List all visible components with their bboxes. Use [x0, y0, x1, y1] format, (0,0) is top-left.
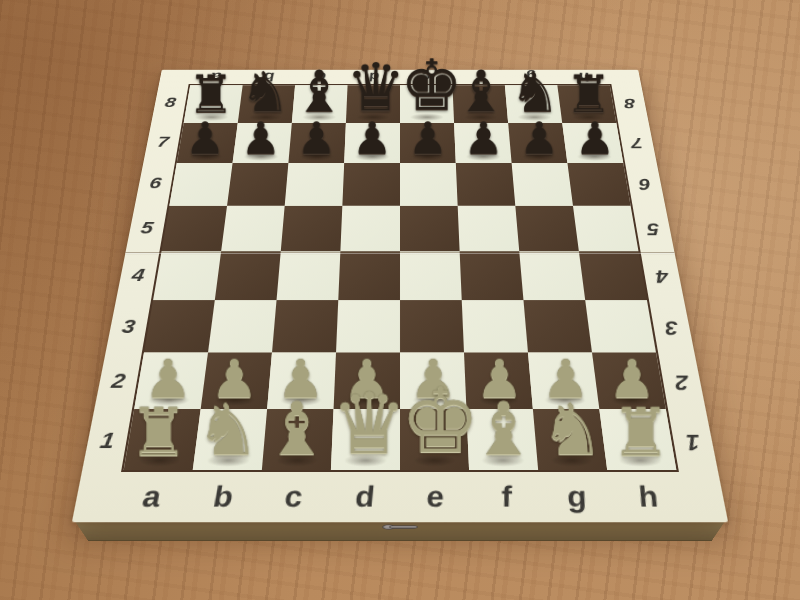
square-g5[interactable] — [515, 206, 579, 252]
folding-chessboard: abcdefgh 87654321 ♜♞♝♛♚♝♞♜♟♟♟♟♟♟♟♟♟♟♟♟♟♟… — [72, 70, 728, 523]
rank-label-right-3: 3 — [651, 301, 692, 354]
rank-label-right-6: 6 — [627, 162, 663, 205]
chessboard-photo: abcdefgh 87654321 ♜♞♝♛♚♝♞♜♟♟♟♟♟♟♟♟♟♟♟♟♟♟… — [0, 0, 800, 600]
square-e4[interactable] — [400, 251, 462, 300]
square-d4[interactable] — [338, 251, 400, 300]
square-d1[interactable]: ♛ — [331, 409, 400, 470]
file-labels-top: abcdefgh — [189, 70, 612, 84]
file-label-bottom-f: f — [470, 472, 542, 522]
square-c3[interactable] — [272, 300, 338, 352]
square-c4[interactable] — [277, 251, 341, 300]
black-pawn-c7[interactable]: ♟ — [289, 116, 345, 161]
square-g3[interactable] — [523, 300, 592, 352]
square-c1[interactable]: ♝ — [262, 409, 334, 470]
square-g6[interactable] — [512, 163, 573, 206]
board-rim: abcdefgh 87654321 ♜♞♝♛♚♝♞♜♟♟♟♟♟♟♟♟♟♟♟♟♟♟… — [72, 70, 728, 523]
square-g7[interactable]: ♟ — [508, 123, 567, 163]
square-d6[interactable] — [342, 163, 400, 206]
black-pawn-a7[interactable]: ♟ — [177, 116, 233, 161]
square-c7[interactable]: ♟ — [288, 123, 346, 163]
white-rook-a1[interactable]: ♜ — [124, 399, 193, 466]
black-pawn-h7[interactable]: ♟ — [567, 116, 623, 161]
file-label-top-e: e — [399, 70, 453, 84]
black-pawn-e7[interactable]: ♟ — [400, 116, 456, 161]
rank-label-right-8: 8 — [613, 84, 646, 122]
file-label-bottom-b: b — [182, 472, 262, 522]
square-e7[interactable]: ♟ — [400, 123, 456, 163]
board-grid: ♜♞♝♛♚♝♞♜♟♟♟♟♟♟♟♟♟♟♟♟♟♟♟♟♜♞♝♛♚♝♞♜ — [121, 84, 679, 472]
square-d5[interactable] — [340, 206, 400, 252]
square-d7[interactable]: ♟ — [344, 123, 400, 163]
file-label-top-f: f — [452, 70, 505, 84]
white-queen-d1[interactable]: ♛ — [331, 381, 400, 466]
file-label-top-d: d — [346, 70, 400, 84]
square-b3[interactable] — [208, 300, 277, 352]
white-rook-h1[interactable]: ♜ — [607, 399, 676, 466]
file-label-top-b: b — [241, 70, 297, 84]
file-label-top-a: a — [188, 70, 244, 84]
square-h7[interactable]: ♟ — [562, 123, 623, 163]
square-f1[interactable]: ♝ — [466, 409, 538, 470]
square-e1[interactable]: ♚ — [400, 409, 469, 470]
square-a6[interactable] — [169, 163, 232, 206]
file-label-top-g: g — [505, 70, 558, 84]
white-knight-g1[interactable]: ♞ — [538, 395, 607, 466]
square-h1[interactable]: ♜ — [599, 409, 676, 470]
file-label-bottom-a: a — [110, 472, 192, 522]
square-b4[interactable] — [215, 251, 281, 300]
file-label-bottom-g: g — [541, 472, 614, 522]
file-label-bottom-c: c — [254, 472, 332, 522]
square-a1[interactable]: ♜ — [124, 409, 201, 470]
square-d3[interactable] — [336, 300, 400, 352]
rank-label-right-5: 5 — [634, 205, 672, 251]
square-e5[interactable] — [400, 206, 460, 252]
board-front-edge — [75, 522, 724, 541]
rank-label-right-7: 7 — [620, 122, 655, 162]
square-f6[interactable] — [456, 163, 515, 206]
square-e3[interactable] — [400, 300, 464, 352]
metal-clasp-icon — [382, 524, 418, 529]
square-h6[interactable] — [567, 163, 630, 206]
square-g1[interactable]: ♞ — [533, 409, 607, 470]
black-pawn-g7[interactable]: ♟ — [511, 116, 567, 161]
square-h3[interactable] — [585, 300, 656, 352]
rank-label-right-4: 4 — [643, 251, 682, 300]
square-b6[interactable] — [227, 163, 288, 206]
square-e6[interactable] — [400, 163, 458, 206]
square-f4[interactable] — [460, 251, 524, 300]
file-labels-bottom: abcdefgh — [112, 472, 687, 522]
square-b1[interactable]: ♞ — [193, 409, 267, 470]
square-f5[interactable] — [458, 206, 520, 252]
square-h4[interactable] — [579, 251, 647, 300]
white-king-e1[interactable]: ♚ — [400, 376, 469, 466]
file-label-bottom-e: e — [398, 472, 472, 522]
square-c5[interactable] — [281, 206, 343, 252]
square-g4[interactable] — [519, 251, 585, 300]
square-a4[interactable] — [153, 251, 221, 300]
black-queen-d8[interactable]: ♛ — [346, 54, 400, 121]
square-a3[interactable] — [144, 300, 215, 352]
white-bishop-c1[interactable]: ♝ — [262, 392, 331, 465]
square-c6[interactable] — [285, 163, 344, 206]
black-pawn-b7[interactable]: ♟ — [233, 116, 289, 161]
square-a7[interactable]: ♟ — [177, 123, 238, 163]
white-bishop-f1[interactable]: ♝ — [469, 392, 538, 465]
square-f7[interactable]: ♟ — [454, 123, 512, 163]
clasp-bar — [389, 525, 417, 528]
square-a5[interactable] — [162, 206, 228, 252]
white-knight-b1[interactable]: ♞ — [193, 395, 262, 466]
black-pawn-d7[interactable]: ♟ — [344, 116, 400, 161]
black-king-e8[interactable]: ♚ — [400, 50, 454, 120]
file-label-bottom-d: d — [326, 472, 402, 522]
square-f3[interactable] — [462, 300, 528, 352]
file-label-top-h: h — [557, 70, 610, 84]
square-b5[interactable] — [221, 206, 285, 252]
file-label-bottom-h: h — [611, 472, 686, 522]
square-h5[interactable] — [573, 206, 639, 252]
black-pawn-f7[interactable]: ♟ — [456, 116, 512, 161]
file-label-top-c: c — [294, 70, 349, 84]
square-b7[interactable]: ♟ — [233, 123, 292, 163]
